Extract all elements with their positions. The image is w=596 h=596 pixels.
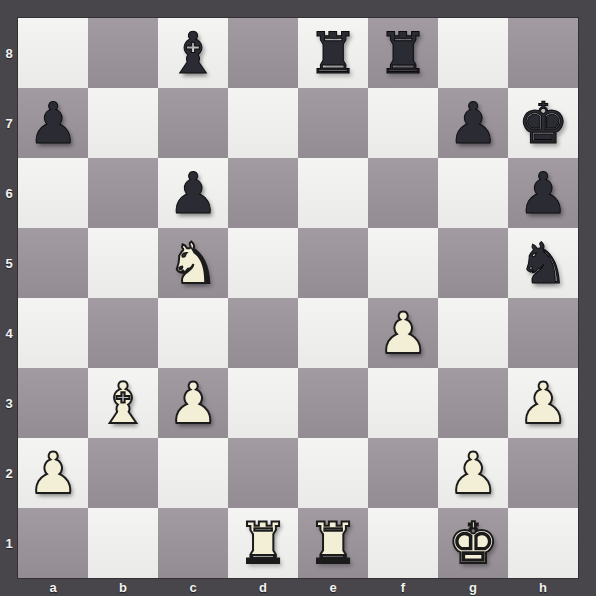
square-d6[interactable] <box>228 158 298 228</box>
chess-board-frame: 87654321 ♝♜♜♟♟♚♟♟♞♞♟♝♟♟♟♟♜♜♚ abcdefgh <box>0 0 596 596</box>
square-a2[interactable]: ♟ <box>18 438 88 508</box>
piece-white-rook-e1[interactable]: ♜ <box>307 515 358 572</box>
square-h6[interactable]: ♟ <box>508 158 578 228</box>
square-c8[interactable]: ♝ <box>158 18 228 88</box>
square-a4[interactable] <box>18 298 88 368</box>
square-d1[interactable]: ♜ <box>228 508 298 578</box>
square-e7[interactable] <box>298 88 368 158</box>
square-f7[interactable] <box>368 88 438 158</box>
square-h8[interactable] <box>508 18 578 88</box>
rank-label-6: 6 <box>0 158 18 228</box>
square-c2[interactable] <box>158 438 228 508</box>
square-f6[interactable] <box>368 158 438 228</box>
square-b2[interactable] <box>88 438 158 508</box>
square-h5[interactable]: ♞ <box>508 228 578 298</box>
rank-label-8: 8 <box>0 18 18 88</box>
square-d8[interactable] <box>228 18 298 88</box>
piece-white-rook-d1[interactable]: ♜ <box>237 515 288 572</box>
square-a7[interactable]: ♟ <box>18 88 88 158</box>
square-g1[interactable]: ♚ <box>438 508 508 578</box>
rank-label-3: 3 <box>0 368 18 438</box>
piece-black-pawn-c6[interactable]: ♟ <box>167 165 218 222</box>
piece-white-pawn-g2[interactable]: ♟ <box>447 445 498 502</box>
square-b8[interactable] <box>88 18 158 88</box>
square-f8[interactable]: ♜ <box>368 18 438 88</box>
piece-black-pawn-a7[interactable]: ♟ <box>27 95 78 152</box>
square-a1[interactable] <box>18 508 88 578</box>
piece-black-knight-h5[interactable]: ♞ <box>517 235 568 292</box>
file-labels: abcdefgh <box>18 578 578 596</box>
file-label-a: a <box>18 578 88 596</box>
piece-white-king-g1[interactable]: ♚ <box>447 515 498 572</box>
square-d2[interactable] <box>228 438 298 508</box>
square-h2[interactable] <box>508 438 578 508</box>
piece-white-knight-c5[interactable]: ♞ <box>167 235 218 292</box>
square-c3[interactable]: ♟ <box>158 368 228 438</box>
square-c5[interactable]: ♞ <box>158 228 228 298</box>
square-a5[interactable] <box>18 228 88 298</box>
square-f2[interactable] <box>368 438 438 508</box>
square-c6[interactable]: ♟ <box>158 158 228 228</box>
square-e2[interactable] <box>298 438 368 508</box>
file-label-f: f <box>368 578 438 596</box>
piece-white-bishop-b3[interactable]: ♝ <box>97 375 148 432</box>
rank-label-1: 1 <box>0 508 18 578</box>
square-a6[interactable] <box>18 158 88 228</box>
piece-black-king-h7[interactable]: ♚ <box>517 95 568 152</box>
square-e6[interactable] <box>298 158 368 228</box>
square-d4[interactable] <box>228 298 298 368</box>
rank-labels: 87654321 <box>0 18 18 578</box>
square-h7[interactable]: ♚ <box>508 88 578 158</box>
piece-white-pawn-f4[interactable]: ♟ <box>377 305 428 362</box>
square-g5[interactable] <box>438 228 508 298</box>
file-label-e: e <box>298 578 368 596</box>
piece-black-rook-e8[interactable]: ♜ <box>307 25 358 82</box>
file-label-d: d <box>228 578 298 596</box>
piece-white-pawn-h3[interactable]: ♟ <box>517 375 568 432</box>
square-g7[interactable]: ♟ <box>438 88 508 158</box>
file-label-c: c <box>158 578 228 596</box>
square-b4[interactable] <box>88 298 158 368</box>
rank-label-5: 5 <box>0 228 18 298</box>
square-d3[interactable] <box>228 368 298 438</box>
square-a8[interactable] <box>18 18 88 88</box>
square-f1[interactable] <box>368 508 438 578</box>
square-b7[interactable] <box>88 88 158 158</box>
square-h1[interactable] <box>508 508 578 578</box>
piece-black-rook-f8[interactable]: ♜ <box>377 25 428 82</box>
square-g6[interactable] <box>438 158 508 228</box>
square-g2[interactable]: ♟ <box>438 438 508 508</box>
square-c1[interactable] <box>158 508 228 578</box>
square-h4[interactable] <box>508 298 578 368</box>
square-e1[interactable]: ♜ <box>298 508 368 578</box>
piece-white-pawn-c3[interactable]: ♟ <box>167 375 218 432</box>
square-d7[interactable] <box>228 88 298 158</box>
piece-black-pawn-h6[interactable]: ♟ <box>517 165 568 222</box>
file-label-g: g <box>438 578 508 596</box>
square-c4[interactable] <box>158 298 228 368</box>
square-c7[interactable] <box>158 88 228 158</box>
piece-white-pawn-a2[interactable]: ♟ <box>27 445 78 502</box>
square-b6[interactable] <box>88 158 158 228</box>
square-h3[interactable]: ♟ <box>508 368 578 438</box>
square-e4[interactable] <box>298 298 368 368</box>
piece-black-pawn-g7[interactable]: ♟ <box>447 95 498 152</box>
square-b1[interactable] <box>88 508 158 578</box>
square-g4[interactable] <box>438 298 508 368</box>
rank-label-4: 4 <box>0 298 18 368</box>
piece-black-bishop-c8[interactable]: ♝ <box>167 25 218 82</box>
rank-label-2: 2 <box>0 438 18 508</box>
square-b5[interactable] <box>88 228 158 298</box>
board: ♝♜♜♟♟♚♟♟♞♞♟♝♟♟♟♟♜♜♚ <box>18 18 578 578</box>
square-g3[interactable] <box>438 368 508 438</box>
file-label-h: h <box>508 578 578 596</box>
square-g8[interactable] <box>438 18 508 88</box>
square-f4[interactable]: ♟ <box>368 298 438 368</box>
square-b3[interactable]: ♝ <box>88 368 158 438</box>
square-e3[interactable] <box>298 368 368 438</box>
square-d5[interactable] <box>228 228 298 298</box>
square-e5[interactable] <box>298 228 368 298</box>
square-f3[interactable] <box>368 368 438 438</box>
rank-label-7: 7 <box>0 88 18 158</box>
file-label-b: b <box>88 578 158 596</box>
square-f5[interactable] <box>368 228 438 298</box>
square-e8[interactable]: ♜ <box>298 18 368 88</box>
square-a3[interactable] <box>18 368 88 438</box>
